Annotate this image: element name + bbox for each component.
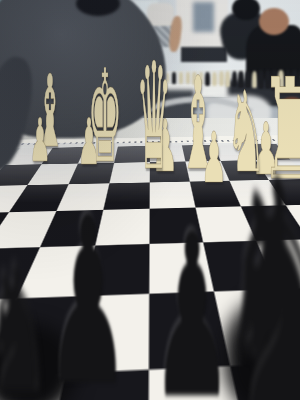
white-pawn-f2[interactable]: ♟ <box>29 110 51 170</box>
pieces-layer: ♟♝♟♚♟♛♝♟♞♟♜♞♟♟♞ <box>0 0 300 400</box>
black-knight-g8[interactable]: ♞ <box>0 245 53 400</box>
white-king-e1[interactable]: ♚ <box>88 53 122 181</box>
black-pawn-f7[interactable]: ♟ <box>47 188 129 400</box>
chess-club-photo: ♟♝♟♚♟♛♝♟♞♟♜♞♟♟♞ <box>0 0 300 400</box>
black-knight-b8[interactable]: ♞ <box>213 135 300 400</box>
white-queen-d1[interactable]: ♛ <box>136 43 172 191</box>
